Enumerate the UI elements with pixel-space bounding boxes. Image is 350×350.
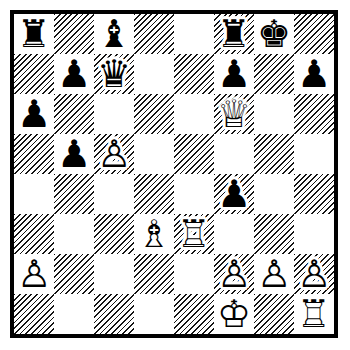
square-d1[interactable] — [134, 294, 174, 334]
square-b3[interactable] — [54, 214, 94, 254]
square-c3[interactable] — [94, 214, 134, 254]
square-a8[interactable]: ♜ — [14, 14, 54, 54]
board-frame: ♜♝♜♚♟♛♟♟♟♕♟♙♟♗♖♙♙♙♙♔♖ — [10, 10, 338, 338]
square-c8[interactable]: ♝ — [94, 14, 134, 54]
chess-diagram-page: ♜♝♜♚♟♛♟♟♟♕♟♙♟♗♖♙♙♙♙♔♖ — [0, 0, 350, 350]
square-g6[interactable] — [254, 94, 294, 134]
piece-white-bishop: ♗ — [137, 214, 171, 254]
square-e3[interactable]: ♖ — [174, 214, 214, 254]
square-c7[interactable]: ♛ — [94, 54, 134, 94]
square-g3[interactable] — [254, 214, 294, 254]
square-f1[interactable]: ♔ — [214, 294, 254, 334]
square-a3[interactable] — [14, 214, 54, 254]
piece-black-bishop: ♝ — [97, 14, 131, 54]
square-f7[interactable]: ♟ — [214, 54, 254, 94]
square-c1[interactable] — [94, 294, 134, 334]
square-f3[interactable] — [214, 214, 254, 254]
square-e1[interactable] — [174, 294, 214, 334]
square-c2[interactable] — [94, 254, 134, 294]
chess-board: ♜♝♜♚♟♛♟♟♟♕♟♙♟♗♖♙♙♙♙♔♖ — [14, 14, 334, 334]
square-f4[interactable]: ♟ — [214, 174, 254, 214]
square-e6[interactable] — [174, 94, 214, 134]
square-f8[interactable]: ♜ — [214, 14, 254, 54]
square-h5[interactable] — [294, 134, 334, 174]
square-b8[interactable] — [54, 14, 94, 54]
square-b4[interactable] — [54, 174, 94, 214]
square-d6[interactable] — [134, 94, 174, 134]
square-g2[interactable]: ♙ — [254, 254, 294, 294]
piece-white-pawn: ♙ — [97, 134, 131, 174]
square-f2[interactable]: ♙ — [214, 254, 254, 294]
piece-black-pawn: ♟ — [57, 54, 91, 94]
piece-black-pawn: ♟ — [217, 54, 251, 94]
piece-white-pawn: ♙ — [217, 254, 251, 294]
square-f5[interactable] — [214, 134, 254, 174]
square-e7[interactable] — [174, 54, 214, 94]
square-h6[interactable] — [294, 94, 334, 134]
square-c5[interactable]: ♙ — [94, 134, 134, 174]
square-d3[interactable]: ♗ — [134, 214, 174, 254]
square-d2[interactable] — [134, 254, 174, 294]
piece-black-pawn: ♟ — [217, 174, 251, 214]
piece-white-pawn: ♙ — [257, 254, 291, 294]
piece-white-king: ♔ — [217, 294, 251, 334]
square-d5[interactable] — [134, 134, 174, 174]
square-a4[interactable] — [14, 174, 54, 214]
square-a2[interactable]: ♙ — [14, 254, 54, 294]
square-g1[interactable] — [254, 294, 294, 334]
square-e2[interactable] — [174, 254, 214, 294]
piece-black-pawn: ♟ — [297, 54, 331, 94]
square-b7[interactable]: ♟ — [54, 54, 94, 94]
square-b6[interactable] — [54, 94, 94, 134]
piece-white-pawn: ♙ — [297, 254, 331, 294]
square-a7[interactable] — [14, 54, 54, 94]
square-b5[interactable]: ♟ — [54, 134, 94, 174]
square-h8[interactable] — [294, 14, 334, 54]
piece-black-rook: ♜ — [17, 14, 51, 54]
piece-black-king: ♚ — [257, 14, 291, 54]
square-a5[interactable] — [14, 134, 54, 174]
piece-black-queen: ♛ — [97, 54, 131, 94]
piece-white-pawn: ♙ — [17, 254, 51, 294]
square-a1[interactable] — [14, 294, 54, 334]
piece-white-queen: ♕ — [217, 94, 251, 134]
square-b2[interactable] — [54, 254, 94, 294]
square-h1[interactable]: ♖ — [294, 294, 334, 334]
square-e4[interactable] — [174, 174, 214, 214]
square-h2[interactable]: ♙ — [294, 254, 334, 294]
piece-white-rook: ♖ — [297, 294, 331, 334]
square-f6[interactable]: ♕ — [214, 94, 254, 134]
square-c6[interactable] — [94, 94, 134, 134]
square-g5[interactable] — [254, 134, 294, 174]
square-e8[interactable] — [174, 14, 214, 54]
square-g4[interactable] — [254, 174, 294, 214]
piece-black-pawn: ♟ — [57, 134, 91, 174]
square-c4[interactable] — [94, 174, 134, 214]
square-d8[interactable] — [134, 14, 174, 54]
square-g8[interactable]: ♚ — [254, 14, 294, 54]
square-g7[interactable] — [254, 54, 294, 94]
piece-black-rook: ♜ — [217, 14, 251, 54]
square-h4[interactable] — [294, 174, 334, 214]
square-b1[interactable] — [54, 294, 94, 334]
square-d4[interactable] — [134, 174, 174, 214]
square-e5[interactable] — [174, 134, 214, 174]
square-h3[interactable] — [294, 214, 334, 254]
piece-black-pawn: ♟ — [17, 94, 51, 134]
square-h7[interactable]: ♟ — [294, 54, 334, 94]
piece-white-rook: ♖ — [177, 214, 211, 254]
square-d7[interactable] — [134, 54, 174, 94]
square-a6[interactable]: ♟ — [14, 94, 54, 134]
